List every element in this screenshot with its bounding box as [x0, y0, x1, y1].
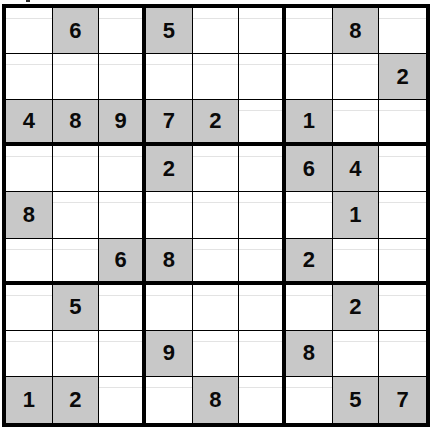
cell-r6c6[interactable]	[239, 239, 286, 285]
cell-r2c1[interactable]	[6, 54, 53, 100]
cell-r5c5[interactable]	[193, 192, 240, 238]
cropped-text-artifact	[26, 0, 30, 2]
cell-r7c2: 5	[53, 285, 100, 331]
cell-r3c4: 7	[146, 100, 193, 146]
cell-r8c5[interactable]	[193, 331, 240, 377]
cell-r5c3[interactable]	[99, 192, 146, 238]
sudoku-screenshot: 658248972126481682529812857	[0, 0, 431, 429]
cell-r8c7: 8	[286, 331, 333, 377]
cell-r1c1[interactable]	[6, 8, 53, 54]
cell-r6c9[interactable]	[379, 239, 426, 285]
cell-r7c6[interactable]	[239, 285, 286, 331]
cell-r8c1[interactable]	[6, 331, 53, 377]
cell-r7c4[interactable]	[146, 285, 193, 331]
cell-r9c2: 2	[53, 377, 100, 423]
cell-r5c2[interactable]	[53, 192, 100, 238]
cell-r8c2[interactable]	[53, 331, 100, 377]
cell-r6c8[interactable]	[333, 239, 380, 285]
cell-r7c5[interactable]	[193, 285, 240, 331]
cell-r6c5[interactable]	[193, 239, 240, 285]
cell-r5c6[interactable]	[239, 192, 286, 238]
cell-r3c2: 8	[53, 100, 100, 146]
cell-r2c8[interactable]	[333, 54, 380, 100]
cell-r9c7[interactable]	[286, 377, 333, 423]
cell-r3c3: 9	[99, 100, 146, 146]
cell-r5c8: 1	[333, 192, 380, 238]
cell-r9c3[interactable]	[99, 377, 146, 423]
cell-r8c6[interactable]	[239, 331, 286, 377]
cell-r4c1[interactable]	[6, 146, 53, 192]
cell-r1c7[interactable]	[286, 8, 333, 54]
cell-r4c9[interactable]	[379, 146, 426, 192]
cell-r1c3[interactable]	[99, 8, 146, 54]
cell-r6c7: 2	[286, 239, 333, 285]
cell-r3c5: 2	[193, 100, 240, 146]
cell-r2c9: 2	[379, 54, 426, 100]
cell-r1c4: 5	[146, 8, 193, 54]
sudoku-board: 658248972126481682529812857	[2, 4, 430, 427]
cell-r7c7[interactable]	[286, 285, 333, 331]
cell-r7c3[interactable]	[99, 285, 146, 331]
cell-r2c4[interactable]	[146, 54, 193, 100]
cell-r9c6[interactable]	[239, 377, 286, 423]
cell-r5c9[interactable]	[379, 192, 426, 238]
cell-r7c9[interactable]	[379, 285, 426, 331]
cell-r6c3: 6	[99, 239, 146, 285]
cell-r3c6[interactable]	[239, 100, 286, 146]
cell-r7c8: 2	[333, 285, 380, 331]
cell-r8c8[interactable]	[333, 331, 380, 377]
cell-r4c6[interactable]	[239, 146, 286, 192]
cell-r3c1: 4	[6, 100, 53, 146]
cell-r3c8[interactable]	[333, 100, 380, 146]
cell-r9c1: 1	[6, 377, 53, 423]
cell-r1c2: 6	[53, 8, 100, 54]
cell-r3c9[interactable]	[379, 100, 426, 146]
cell-r5c7[interactable]	[286, 192, 333, 238]
cell-r4c2[interactable]	[53, 146, 100, 192]
cell-r1c8: 8	[333, 8, 380, 54]
cell-r8c9[interactable]	[379, 331, 426, 377]
cell-r8c3[interactable]	[99, 331, 146, 377]
cell-r2c3[interactable]	[99, 54, 146, 100]
cell-r2c5[interactable]	[193, 54, 240, 100]
cell-r5c4[interactable]	[146, 192, 193, 238]
cell-r5c1: 8	[6, 192, 53, 238]
cell-r1c5[interactable]	[193, 8, 240, 54]
cell-r4c3[interactable]	[99, 146, 146, 192]
cell-r4c7: 6	[286, 146, 333, 192]
cell-r6c2[interactable]	[53, 239, 100, 285]
cell-r9c5: 8	[193, 377, 240, 423]
cell-r6c4: 8	[146, 239, 193, 285]
cell-r9c8: 5	[333, 377, 380, 423]
cell-r2c2[interactable]	[53, 54, 100, 100]
cell-r9c9: 7	[379, 377, 426, 423]
cell-r8c4: 9	[146, 331, 193, 377]
cell-r4c5[interactable]	[193, 146, 240, 192]
cell-r6c1[interactable]	[6, 239, 53, 285]
cell-r3c7: 1	[286, 100, 333, 146]
cell-r4c4: 2	[146, 146, 193, 192]
cell-r2c7[interactable]	[286, 54, 333, 100]
cell-r7c1[interactable]	[6, 285, 53, 331]
cell-r1c9[interactable]	[379, 8, 426, 54]
cell-r9c4[interactable]	[146, 377, 193, 423]
cell-r1c6[interactable]	[239, 8, 286, 54]
cell-r4c8: 4	[333, 146, 380, 192]
cell-r2c6[interactable]	[239, 54, 286, 100]
